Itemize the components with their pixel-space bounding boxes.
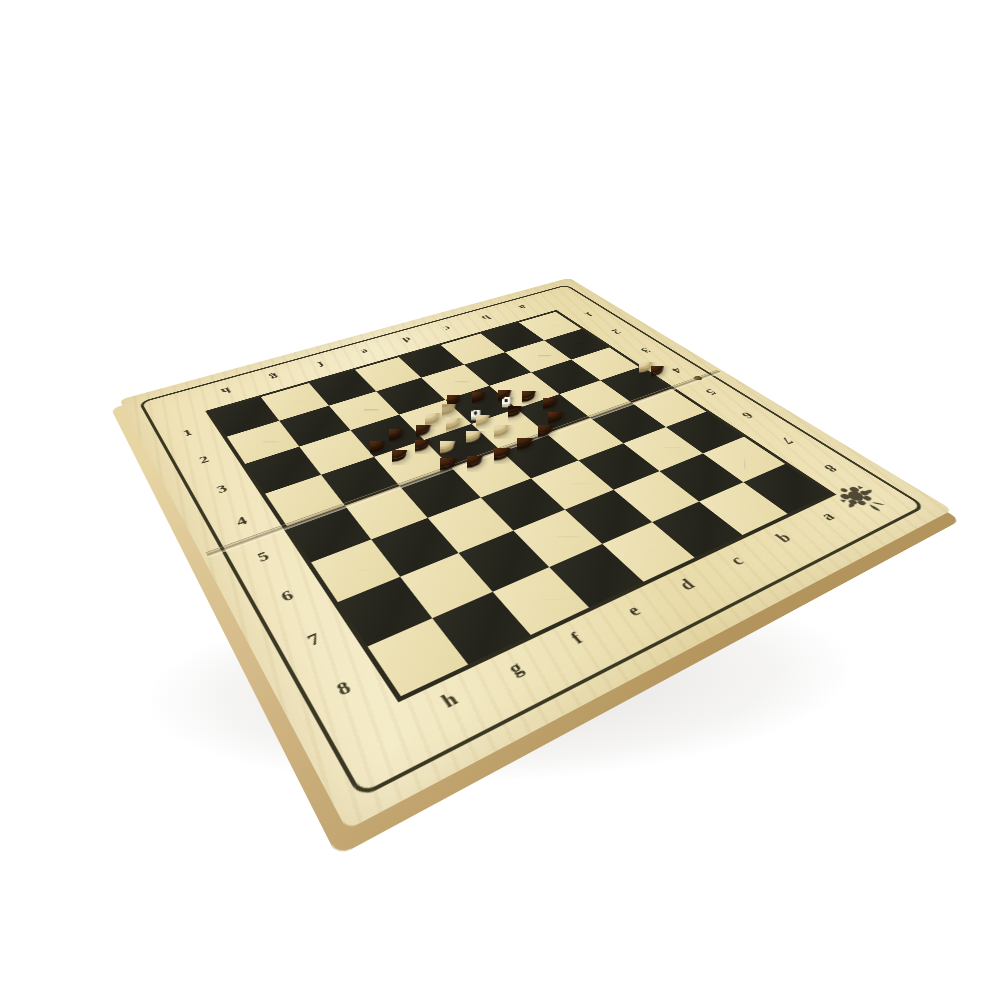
black-rook-glyph: ♜ <box>750 411 823 493</box>
black-rook-glyph: ♜ <box>371 559 463 661</box>
photo-background: 11hh22gg33ff44ee55dd66cc77bb88aa ♜♞♝♚♛♝♞… <box>0 0 1000 1000</box>
